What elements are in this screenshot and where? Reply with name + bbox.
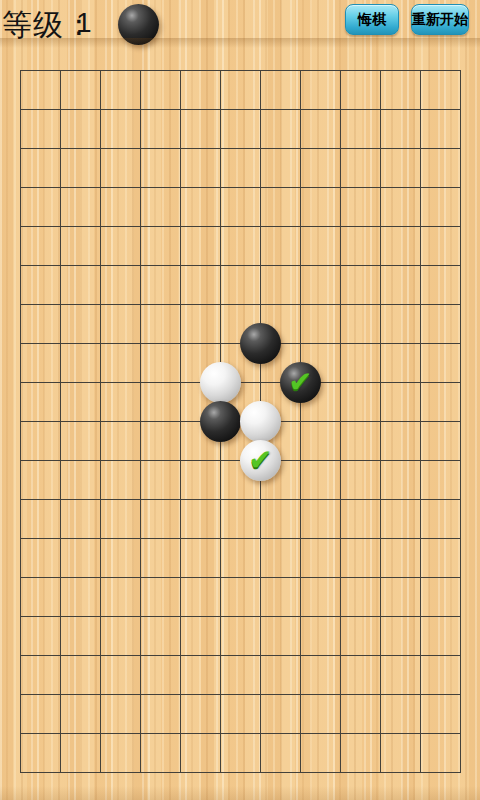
board-cell[interactable] (181, 149, 221, 188)
board-cell[interactable] (141, 695, 181, 734)
board-cell[interactable] (341, 110, 381, 149)
board-cell[interactable] (101, 500, 141, 539)
board-cell[interactable] (341, 734, 381, 773)
app-screen: 等级： 1 悔棋 重新开始 ✔✔ (0, 0, 480, 800)
board-cell[interactable] (301, 266, 341, 305)
board-cell[interactable] (21, 461, 61, 500)
board-cell[interactable] (341, 71, 381, 110)
board-cell[interactable] (301, 71, 341, 110)
board-cell[interactable] (381, 227, 421, 266)
board-cell[interactable] (381, 617, 421, 656)
board-cell[interactable] (381, 188, 421, 227)
board-cell[interactable] (181, 383, 221, 422)
board-cell[interactable] (421, 656, 461, 695)
board-cell[interactable] (301, 149, 341, 188)
board-cell[interactable] (421, 500, 461, 539)
board-cell[interactable] (341, 266, 381, 305)
board-cell[interactable] (221, 695, 261, 734)
board-cell[interactable] (261, 149, 301, 188)
bottom-shade (0, 786, 480, 800)
board-cell[interactable] (141, 188, 181, 227)
board-cell[interactable] (261, 188, 301, 227)
board-cell[interactable] (61, 71, 101, 110)
board-cell[interactable] (181, 656, 221, 695)
board-cell[interactable] (61, 422, 101, 461)
board-cell[interactable] (21, 656, 61, 695)
board-cell[interactable] (341, 305, 381, 344)
board-cell[interactable] (301, 383, 341, 422)
board-cell[interactable] (141, 227, 181, 266)
board-cell[interactable] (141, 500, 181, 539)
board-cell[interactable] (221, 734, 261, 773)
board-cell[interactable] (261, 656, 301, 695)
board-cell[interactable] (381, 578, 421, 617)
board-cell[interactable] (181, 71, 221, 110)
board-cell[interactable] (341, 500, 381, 539)
board-cell[interactable] (181, 539, 221, 578)
board-cell[interactable] (341, 383, 381, 422)
board-cell[interactable] (421, 305, 461, 344)
board-cell[interactable] (141, 578, 181, 617)
board-cell[interactable] (301, 188, 341, 227)
board-cell[interactable] (261, 578, 301, 617)
board-cell[interactable] (181, 734, 221, 773)
board-cell[interactable] (61, 305, 101, 344)
board-cell[interactable] (301, 695, 341, 734)
board-cell[interactable] (341, 422, 381, 461)
board-cell[interactable] (61, 188, 101, 227)
board-cell[interactable] (101, 422, 141, 461)
board-cell[interactable] (101, 266, 141, 305)
board-cell[interactable] (381, 71, 421, 110)
board-cell[interactable] (381, 266, 421, 305)
board-cell[interactable] (21, 344, 61, 383)
board-cell[interactable] (181, 344, 221, 383)
board-cell[interactable] (301, 227, 341, 266)
board-cell[interactable] (101, 227, 141, 266)
board-cell[interactable] (181, 188, 221, 227)
board-cell[interactable] (421, 188, 461, 227)
board-cell[interactable] (141, 539, 181, 578)
board-cell[interactable] (381, 383, 421, 422)
board-cell[interactable] (261, 344, 301, 383)
board-cell[interactable] (301, 578, 341, 617)
board-cell[interactable] (421, 578, 461, 617)
board-cell[interactable] (61, 461, 101, 500)
board-cell[interactable] (261, 695, 301, 734)
board-cell[interactable] (261, 266, 301, 305)
undo-button[interactable]: 悔棋 (345, 4, 399, 35)
board-cell[interactable] (261, 734, 301, 773)
board-cell[interactable] (21, 71, 61, 110)
board-cell[interactable] (341, 188, 381, 227)
board-cell[interactable] (141, 71, 181, 110)
board-cell[interactable] (421, 344, 461, 383)
board-cell[interactable] (21, 227, 61, 266)
board-cell[interactable] (341, 656, 381, 695)
board-cell[interactable] (101, 188, 141, 227)
board-cell[interactable] (141, 266, 181, 305)
board-cell[interactable] (221, 305, 261, 344)
board-cell[interactable] (141, 656, 181, 695)
board-cell[interactable] (221, 344, 261, 383)
board-cell[interactable] (221, 266, 261, 305)
board-cell[interactable] (21, 578, 61, 617)
board-cell[interactable] (61, 110, 101, 149)
board-cell[interactable] (101, 149, 141, 188)
board-cell[interactable] (421, 383, 461, 422)
board-cell[interactable] (61, 695, 101, 734)
board-cell[interactable] (301, 539, 341, 578)
board-cell[interactable] (221, 656, 261, 695)
board-cell[interactable] (61, 734, 101, 773)
board-grid[interactable] (20, 70, 461, 773)
board-cell[interactable] (181, 305, 221, 344)
board-cell[interactable] (221, 617, 261, 656)
board-cell[interactable] (21, 110, 61, 149)
board-cell[interactable] (381, 305, 421, 344)
board-cell[interactable] (261, 71, 301, 110)
board-cell[interactable] (301, 110, 341, 149)
board-cell[interactable] (101, 578, 141, 617)
board-cell[interactable] (181, 227, 221, 266)
board-cell[interactable] (21, 422, 61, 461)
board-cell[interactable] (261, 110, 301, 149)
board-cell[interactable] (421, 422, 461, 461)
board-cell[interactable] (421, 149, 461, 188)
board-cell[interactable] (21, 695, 61, 734)
board-cell[interactable] (261, 227, 301, 266)
board-cell[interactable] (421, 695, 461, 734)
board-cell[interactable] (141, 422, 181, 461)
board-cell[interactable] (21, 149, 61, 188)
board-cell[interactable] (341, 461, 381, 500)
board-cell[interactable] (101, 617, 141, 656)
board-cell[interactable] (101, 734, 141, 773)
board-cell[interactable] (101, 383, 141, 422)
board-cell[interactable] (421, 734, 461, 773)
board-cell[interactable] (381, 110, 421, 149)
board-cell[interactable] (421, 266, 461, 305)
board-cell[interactable] (61, 578, 101, 617)
board-cell[interactable] (61, 656, 101, 695)
board-cell[interactable] (421, 227, 461, 266)
board-cell[interactable] (381, 500, 421, 539)
board-cell[interactable] (101, 344, 141, 383)
board-cell[interactable] (301, 422, 341, 461)
current-player-stone-indicator (118, 4, 159, 45)
board-cell[interactable] (61, 149, 101, 188)
board-cell[interactable] (301, 305, 341, 344)
board-cell[interactable] (261, 500, 301, 539)
board-cell[interactable] (301, 656, 341, 695)
board-cell[interactable] (381, 656, 421, 695)
board-cell[interactable] (21, 617, 61, 656)
board-cell[interactable] (181, 110, 221, 149)
board-cell[interactable] (141, 305, 181, 344)
board-cell[interactable] (381, 695, 421, 734)
restart-button[interactable]: 重新开始 (411, 4, 469, 35)
board-cell[interactable] (221, 227, 261, 266)
board-cell[interactable] (421, 110, 461, 149)
board-cell[interactable] (61, 344, 101, 383)
board-cell[interactable] (381, 539, 421, 578)
board-cell[interactable] (261, 539, 301, 578)
board-cell[interactable] (181, 578, 221, 617)
board-cell[interactable] (221, 539, 261, 578)
board-cell[interactable] (421, 617, 461, 656)
board-cell[interactable] (21, 266, 61, 305)
board-cell[interactable] (421, 539, 461, 578)
board-cell[interactable] (221, 188, 261, 227)
board-cell[interactable] (181, 461, 221, 500)
board-cell[interactable] (61, 266, 101, 305)
board-cell[interactable] (141, 734, 181, 773)
board-cell[interactable] (181, 500, 221, 539)
board-cell[interactable] (21, 734, 61, 773)
board-cell[interactable] (141, 149, 181, 188)
board-cell[interactable] (101, 110, 141, 149)
board-cell[interactable] (261, 305, 301, 344)
board-cell[interactable] (21, 383, 61, 422)
board-cell[interactable] (221, 422, 261, 461)
board-cell[interactable] (341, 695, 381, 734)
board-cell[interactable] (301, 500, 341, 539)
board-cell[interactable] (101, 656, 141, 695)
board-cell[interactable] (101, 539, 141, 578)
board-cell[interactable] (221, 461, 261, 500)
board-cell[interactable] (341, 617, 381, 656)
header-bar: 等级： 1 悔棋 重新开始 (0, 0, 480, 48)
board-cell[interactable] (381, 149, 421, 188)
board-cell[interactable] (421, 71, 461, 110)
board-cell[interactable] (141, 383, 181, 422)
board-cell[interactable] (141, 617, 181, 656)
board-cell[interactable] (61, 227, 101, 266)
board-cell[interactable] (381, 461, 421, 500)
board-cell[interactable] (61, 617, 101, 656)
board-cell[interactable] (261, 617, 301, 656)
board-cell[interactable] (341, 344, 381, 383)
board-cell[interactable] (61, 539, 101, 578)
board-cell[interactable] (221, 110, 261, 149)
board-cell[interactable] (21, 539, 61, 578)
board-cell[interactable] (21, 188, 61, 227)
board-cell[interactable] (261, 383, 301, 422)
board-cell[interactable] (61, 500, 101, 539)
board-cell[interactable] (141, 110, 181, 149)
board-cell[interactable] (181, 695, 221, 734)
board-cell[interactable] (181, 422, 221, 461)
board-cell[interactable] (221, 71, 261, 110)
board-cell[interactable] (101, 305, 141, 344)
level-value: 1 (76, 7, 92, 39)
board-cell[interactable] (21, 305, 61, 344)
board-cell[interactable] (421, 461, 461, 500)
board-cell[interactable] (261, 461, 301, 500)
board-cell[interactable] (221, 149, 261, 188)
board-cell[interactable] (21, 500, 61, 539)
board-cell[interactable] (381, 344, 421, 383)
board-cell[interactable] (101, 695, 141, 734)
board-cell[interactable] (301, 344, 341, 383)
board-cell[interactable] (301, 617, 341, 656)
board-cell[interactable] (101, 461, 141, 500)
board-cell[interactable] (341, 539, 381, 578)
board-cell[interactable] (341, 149, 381, 188)
board-cell[interactable] (181, 617, 221, 656)
board-cell[interactable] (141, 344, 181, 383)
board-cell[interactable] (341, 227, 381, 266)
board-cell[interactable] (101, 71, 141, 110)
board-cell[interactable] (221, 500, 261, 539)
board-cell[interactable] (381, 734, 421, 773)
board-cell[interactable] (221, 578, 261, 617)
board-cell[interactable] (341, 578, 381, 617)
board-cell[interactable] (61, 383, 101, 422)
board-cell[interactable] (301, 461, 341, 500)
board-cell[interactable] (261, 422, 301, 461)
board-cell[interactable] (301, 734, 341, 773)
board-cell[interactable] (141, 461, 181, 500)
board-cell[interactable] (181, 266, 221, 305)
board-cell[interactable] (381, 422, 421, 461)
board-cell[interactable] (221, 383, 261, 422)
